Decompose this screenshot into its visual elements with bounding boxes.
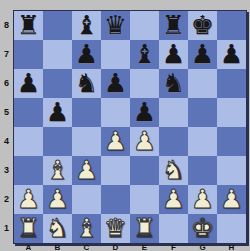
square-h8[interactable] (217, 11, 246, 40)
rank-label-8: 8 (0, 11, 13, 40)
square-d6[interactable]: ♟ (101, 69, 130, 98)
square-b2[interactable]: ♟ (43, 185, 72, 214)
white-pawn-g2[interactable]: ♟ (188, 185, 217, 214)
square-a4[interactable] (14, 127, 43, 156)
square-b8[interactable] (43, 11, 72, 40)
square-b1[interactable]: ♞ (43, 214, 72, 243)
black-pawn-e5[interactable]: ♟ (130, 98, 159, 127)
black-queen-d8[interactable]: ♛ (101, 11, 130, 40)
square-e1[interactable]: ♜ (130, 214, 159, 243)
square-d3[interactable] (101, 156, 130, 185)
black-rook-a8[interactable]: ♜ (14, 11, 43, 40)
rank-labels: 87654321 (0, 11, 13, 243)
square-c5[interactable] (72, 98, 101, 127)
square-e5[interactable]: ♟ (130, 98, 159, 127)
white-pawn-b2[interactable]: ♟ (43, 185, 72, 214)
white-pawn-a2[interactable]: ♟ (14, 185, 43, 214)
square-f4[interactable] (159, 127, 188, 156)
square-d8[interactable]: ♛ (101, 11, 130, 40)
white-pawn-h2[interactable]: ♟ (217, 185, 246, 214)
black-pawn-d6[interactable]: ♟ (101, 69, 130, 98)
square-h3[interactable] (217, 156, 246, 185)
black-knight-c6[interactable]: ♞ (72, 69, 101, 98)
square-h5[interactable] (217, 98, 246, 127)
square-g2[interactable]: ♟ (188, 185, 217, 214)
square-f8[interactable]: ♜ (159, 11, 188, 40)
square-d5[interactable] (101, 98, 130, 127)
square-a8[interactable]: ♜ (14, 11, 43, 40)
square-g8[interactable]: ♚ (188, 11, 217, 40)
square-e2[interactable] (130, 185, 159, 214)
rank-label-6: 6 (0, 69, 13, 98)
white-rook-a1[interactable]: ♜ (14, 214, 43, 243)
square-e8[interactable] (130, 11, 159, 40)
square-g7[interactable]: ♟ (188, 40, 217, 69)
file-label-b: B (43, 244, 72, 251)
square-a7[interactable] (14, 40, 43, 69)
file-label-e: E (130, 244, 159, 251)
white-knight-f3[interactable]: ♞ (159, 156, 188, 185)
square-d2[interactable] (101, 185, 130, 214)
square-c8[interactable]: ♝ (72, 11, 101, 40)
square-a1[interactable]: ♜ (14, 214, 43, 243)
white-queen-d1[interactable]: ♛ (101, 214, 130, 243)
file-label-f: F (159, 244, 188, 251)
white-pawn-c3[interactable]: ♟ (72, 156, 101, 185)
file-label-c: C (72, 244, 101, 251)
square-b4[interactable] (43, 127, 72, 156)
square-f7[interactable]: ♟ (159, 40, 188, 69)
black-pawn-f7[interactable]: ♟ (159, 40, 188, 69)
white-king-g1[interactable]: ♚ (188, 214, 217, 243)
file-label-a: A (14, 244, 43, 251)
square-b3[interactable]: ♝ (43, 156, 72, 185)
square-f5[interactable] (159, 98, 188, 127)
square-h6[interactable] (217, 69, 246, 98)
square-h1[interactable] (217, 214, 246, 243)
square-f2[interactable]: ♟ (159, 185, 188, 214)
square-a6[interactable]: ♟ (14, 69, 43, 98)
rank-label-3: 3 (0, 156, 13, 185)
black-pawn-h7[interactable]: ♟ (217, 40, 246, 69)
square-c3[interactable]: ♟ (72, 156, 101, 185)
square-a2[interactable]: ♟ (14, 185, 43, 214)
square-c7[interactable]: ♟ (72, 40, 101, 69)
file-label-d: D (101, 244, 130, 251)
black-pawn-b5[interactable]: ♟ (43, 98, 72, 127)
square-d4[interactable]: ♟ (101, 127, 130, 156)
square-g1[interactable]: ♚ (188, 214, 217, 243)
square-c1[interactable]: ♝ (72, 214, 101, 243)
rank-label-5: 5 (0, 98, 13, 127)
square-a5[interactable] (14, 98, 43, 127)
rank-label-2: 2 (0, 185, 13, 214)
black-knight-f6[interactable]: ♞ (159, 69, 188, 98)
chess-board[interactable]: ♜♝♛♜♚♟♝♟♟♟♟♞♟♞♟♟♟♟♝♟♞♟♟♟♟♟♜♞♝♛♜♚ (14, 11, 246, 243)
black-bishop-e7[interactable]: ♝ (130, 40, 159, 69)
square-e7[interactable]: ♝ (130, 40, 159, 69)
square-e3[interactable] (130, 156, 159, 185)
square-c4[interactable] (72, 127, 101, 156)
square-e4[interactable]: ♟ (130, 127, 159, 156)
square-g6[interactable] (188, 69, 217, 98)
square-f1[interactable] (159, 214, 188, 243)
square-e6[interactable] (130, 69, 159, 98)
square-g3[interactable] (188, 156, 217, 185)
white-bishop-c1[interactable]: ♝ (72, 214, 101, 243)
file-label-h: H (217, 244, 246, 251)
square-g4[interactable] (188, 127, 217, 156)
file-labels: ABCDEFGH (14, 244, 246, 251)
square-h7[interactable]: ♟ (217, 40, 246, 69)
chess-board-frame: ♜♝♛♜♚♟♝♟♟♟♟♞♟♞♟♟♟♟♝♟♞♟♟♟♟♟♜♞♝♛♜♚ (13, 10, 247, 244)
white-bishop-b3[interactable]: ♝ (43, 156, 72, 185)
white-knight-b1[interactable]: ♞ (43, 214, 72, 243)
file-label-g: G (188, 244, 217, 251)
square-d7[interactable] (101, 40, 130, 69)
black-bishop-c8[interactable]: ♝ (72, 11, 101, 40)
white-pawn-d4[interactable]: ♟ (101, 127, 130, 156)
black-pawn-c7[interactable]: ♟ (72, 40, 101, 69)
square-f6[interactable]: ♞ (159, 69, 188, 98)
rank-label-7: 7 (0, 40, 13, 69)
square-b5[interactable]: ♟ (43, 98, 72, 127)
black-pawn-a6[interactable]: ♟ (14, 69, 43, 98)
rank-label-4: 4 (0, 127, 13, 156)
square-c6[interactable]: ♞ (72, 69, 101, 98)
square-f3[interactable]: ♞ (159, 156, 188, 185)
rank-label-1: 1 (0, 214, 13, 243)
square-c2[interactable] (72, 185, 101, 214)
square-d1[interactable]: ♛ (101, 214, 130, 243)
white-pawn-e4[interactable]: ♟ (130, 127, 159, 156)
black-pawn-g7[interactable]: ♟ (188, 40, 217, 69)
chess-app-window: 87654321 ♜♝♛♜♚♟♝♟♟♟♟♞♟♞♟♟♟♟♝♟♞♟♟♟♟♟♜♞♝♛♜… (0, 0, 250, 251)
square-h2[interactable]: ♟ (217, 185, 246, 214)
square-g5[interactable] (188, 98, 217, 127)
white-pawn-f2[interactable]: ♟ (159, 185, 188, 214)
square-b6[interactable] (43, 69, 72, 98)
black-king-g8[interactable]: ♚ (188, 11, 217, 40)
white-rook-e1[interactable]: ♜ (130, 214, 159, 243)
square-a3[interactable] (14, 156, 43, 185)
black-rook-f8[interactable]: ♜ (159, 11, 188, 40)
square-b7[interactable] (43, 40, 72, 69)
square-h4[interactable] (217, 127, 246, 156)
